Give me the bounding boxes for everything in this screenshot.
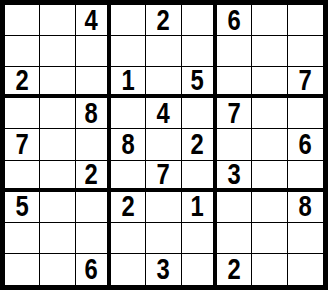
cell-r5c5[interactable] <box>146 129 181 160</box>
sudoku-board: 426215784778262735218632 <box>0 0 328 290</box>
cell-r8c9[interactable] <box>288 223 323 254</box>
cell-r6c6[interactable] <box>182 161 217 192</box>
cell-r3c9[interactable]: 7 <box>288 67 323 98</box>
given-digit: 7 <box>228 99 241 128</box>
cell-r5c4[interactable]: 8 <box>111 129 146 160</box>
cell-r7c5[interactable] <box>146 192 181 223</box>
cell-r2c9[interactable] <box>288 36 323 67</box>
given-digit: 2 <box>157 6 170 35</box>
cell-r9c1[interactable] <box>5 254 40 285</box>
cell-r9c4[interactable] <box>111 254 146 285</box>
cell-r3c3[interactable] <box>76 67 111 98</box>
given-digit: 6 <box>228 6 241 35</box>
cell-r3c1[interactable]: 2 <box>5 67 40 98</box>
cell-r2c3[interactable] <box>76 36 111 67</box>
sudoku-diagram: 426215784778262735218632 <box>0 0 330 292</box>
given-digit: 3 <box>157 255 170 284</box>
cell-r8c6[interactable] <box>182 223 217 254</box>
cell-r1c6[interactable] <box>182 5 217 36</box>
given-digit: 4 <box>85 6 98 35</box>
given-digit: 2 <box>16 67 29 95</box>
cell-r7c1[interactable]: 5 <box>5 192 40 223</box>
cell-r4c6[interactable] <box>182 98 217 129</box>
cell-r5c9[interactable]: 6 <box>288 129 323 160</box>
cell-r4c7[interactable]: 7 <box>217 98 252 129</box>
given-digit: 7 <box>299 67 312 95</box>
cell-r3c5[interactable] <box>146 67 181 98</box>
cell-r4c1[interactable] <box>5 98 40 129</box>
cell-r1c3[interactable]: 4 <box>76 5 111 36</box>
cell-r7c4[interactable]: 2 <box>111 192 146 223</box>
cell-r1c9[interactable] <box>288 5 323 36</box>
cell-r2c7[interactable] <box>217 36 252 67</box>
cell-r7c9[interactable]: 8 <box>288 192 323 223</box>
cell-r2c6[interactable] <box>182 36 217 67</box>
cell-r4c9[interactable] <box>288 98 323 129</box>
cell-r5c6[interactable]: 2 <box>182 129 217 160</box>
cell-r4c2[interactable] <box>40 98 75 129</box>
cell-r6c7[interactable]: 3 <box>217 161 252 192</box>
cell-r6c8[interactable] <box>252 161 287 192</box>
cell-r1c5[interactable]: 2 <box>146 5 181 36</box>
cell-r8c3[interactable] <box>76 223 111 254</box>
cell-r7c2[interactable] <box>40 192 75 223</box>
given-digit: 2 <box>85 161 98 189</box>
given-digit: 6 <box>85 255 98 284</box>
given-digit: 2 <box>191 130 204 159</box>
cell-r4c5[interactable]: 4 <box>146 98 181 129</box>
given-digit: 8 <box>299 192 312 221</box>
cell-r8c1[interactable] <box>5 223 40 254</box>
cell-r2c4[interactable] <box>111 36 146 67</box>
cell-r8c7[interactable] <box>217 223 252 254</box>
cell-r4c8[interactable] <box>252 98 287 129</box>
cell-r7c6[interactable]: 1 <box>182 192 217 223</box>
cell-r2c5[interactable] <box>146 36 181 67</box>
cell-r3c7[interactable] <box>217 67 252 98</box>
cell-r5c3[interactable] <box>76 129 111 160</box>
given-digit: 1 <box>122 67 135 95</box>
cell-r8c4[interactable] <box>111 223 146 254</box>
cell-r1c8[interactable] <box>252 5 287 36</box>
cell-r6c1[interactable] <box>5 161 40 192</box>
cell-r2c2[interactable] <box>40 36 75 67</box>
cell-r9c8[interactable] <box>252 254 287 285</box>
cell-r6c9[interactable] <box>288 161 323 192</box>
cell-r9c5[interactable]: 3 <box>146 254 181 285</box>
given-digit: 7 <box>16 130 29 159</box>
cell-r6c2[interactable] <box>40 161 75 192</box>
cell-r9c7[interactable]: 2 <box>217 254 252 285</box>
cell-r6c3[interactable]: 2 <box>76 161 111 192</box>
given-digit: 7 <box>157 161 170 189</box>
given-digit: 5 <box>191 67 204 95</box>
cell-r5c7[interactable] <box>217 129 252 160</box>
cell-r8c8[interactable] <box>252 223 287 254</box>
cell-r7c7[interactable] <box>217 192 252 223</box>
given-digit: 4 <box>157 99 170 128</box>
cell-r4c3[interactable]: 8 <box>76 98 111 129</box>
cell-r9c2[interactable] <box>40 254 75 285</box>
cell-r3c6[interactable]: 5 <box>182 67 217 98</box>
cell-r5c1[interactable]: 7 <box>5 129 40 160</box>
cell-r3c4[interactable]: 1 <box>111 67 146 98</box>
cell-r5c8[interactable] <box>252 129 287 160</box>
given-digit: 3 <box>228 161 241 189</box>
cell-r5c2[interactable] <box>40 129 75 160</box>
given-digit: 1 <box>191 192 204 221</box>
cell-r6c4[interactable] <box>111 161 146 192</box>
cell-r2c1[interactable] <box>5 36 40 67</box>
given-digit: 5 <box>16 192 29 221</box>
given-digit: 8 <box>85 99 98 128</box>
given-digit: 8 <box>122 130 135 159</box>
cell-r8c5[interactable] <box>146 223 181 254</box>
cell-r3c8[interactable] <box>252 67 287 98</box>
cell-r4c4[interactable] <box>111 98 146 129</box>
cell-r2c8[interactable] <box>252 36 287 67</box>
cell-r7c8[interactable] <box>252 192 287 223</box>
cell-r1c2[interactable] <box>40 5 75 36</box>
cell-r1c4[interactable] <box>111 5 146 36</box>
given-digit: 6 <box>299 130 312 159</box>
cell-r6c5[interactable]: 7 <box>146 161 181 192</box>
cell-r9c6[interactable] <box>182 254 217 285</box>
cell-r7c3[interactable] <box>76 192 111 223</box>
cell-r1c7[interactable]: 6 <box>217 5 252 36</box>
cell-r9c9[interactable] <box>288 254 323 285</box>
cell-r3c2[interactable] <box>40 67 75 98</box>
given-digit: 2 <box>228 255 241 284</box>
cell-r8c2[interactable] <box>40 223 75 254</box>
given-digit: 2 <box>122 192 135 221</box>
cell-r1c1[interactable] <box>5 5 40 36</box>
cell-r9c3[interactable]: 6 <box>76 254 111 285</box>
